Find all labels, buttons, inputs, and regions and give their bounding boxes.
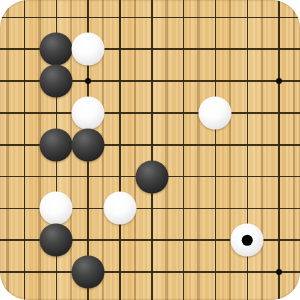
black-stone [40, 224, 73, 257]
grid-line-horizontal [0, 112, 300, 114]
black-stone [72, 128, 105, 161]
black-stone [40, 33, 73, 66]
black-stone [40, 65, 73, 98]
white-stone [72, 33, 105, 66]
grid-line-vertical [183, 0, 185, 300]
star-point [85, 78, 91, 84]
white-stone [199, 96, 232, 129]
white-stone [103, 192, 136, 225]
star-point [276, 78, 282, 84]
star-point [276, 269, 282, 275]
grid-line-horizontal [0, 17, 300, 19]
white-stone [231, 224, 264, 257]
grid-line-vertical [119, 0, 121, 300]
grid-line-vertical [278, 0, 280, 300]
grid-line-vertical [151, 0, 153, 300]
grid-line-vertical [24, 0, 26, 300]
black-stone [40, 128, 73, 161]
black-stone [135, 160, 168, 193]
white-stone [40, 192, 73, 225]
go-app-icon [0, 0, 300, 300]
grid-line-horizontal [0, 271, 300, 273]
last-move-marker-icon [242, 234, 254, 246]
black-stone [72, 256, 105, 289]
grid-line-vertical [215, 0, 217, 300]
white-stone [72, 96, 105, 129]
goban[interactable] [0, 0, 300, 300]
